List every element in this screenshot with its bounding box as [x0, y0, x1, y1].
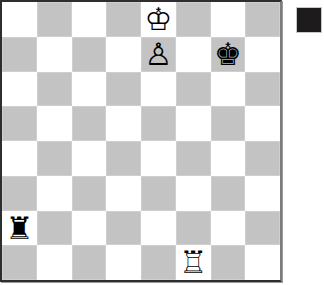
- square-a8[interactable]: [2, 2, 37, 37]
- black-rook-a2: ♜: [5, 211, 33, 246]
- square-c4[interactable]: [72, 141, 107, 176]
- square-e7[interactable]: ♙: [141, 37, 176, 72]
- square-e2[interactable]: [141, 211, 176, 246]
- square-g8[interactable]: [211, 2, 246, 37]
- square-a3[interactable]: [2, 176, 37, 211]
- square-d6[interactable]: [106, 72, 141, 107]
- square-h2[interactable]: [245, 211, 280, 246]
- square-g1[interactable]: [211, 245, 246, 280]
- square-h7[interactable]: [245, 37, 280, 72]
- square-e4[interactable]: [141, 141, 176, 176]
- square-a6[interactable]: [2, 72, 37, 107]
- square-f5[interactable]: [176, 106, 211, 141]
- square-d2[interactable]: [106, 211, 141, 246]
- square-b5[interactable]: [37, 106, 72, 141]
- white-rook-f1: ♖: [179, 245, 207, 280]
- square-c5[interactable]: [72, 106, 107, 141]
- square-f6[interactable]: [176, 72, 211, 107]
- square-h8[interactable]: [245, 2, 280, 37]
- square-g6[interactable]: [211, 72, 246, 107]
- square-f3[interactable]: [176, 176, 211, 211]
- chess-board: ♔♙♚♜♖: [0, 0, 282, 282]
- white-pawn-e7: ♙: [144, 37, 172, 72]
- side-to-move-indicator: [296, 7, 322, 33]
- square-h5[interactable]: [245, 106, 280, 141]
- square-b4[interactable]: [37, 141, 72, 176]
- square-b2[interactable]: [37, 211, 72, 246]
- square-c2[interactable]: [72, 211, 107, 246]
- square-a5[interactable]: [2, 106, 37, 141]
- square-b1[interactable]: [37, 245, 72, 280]
- square-h6[interactable]: [245, 72, 280, 107]
- square-d5[interactable]: [106, 106, 141, 141]
- square-c3[interactable]: [72, 176, 107, 211]
- square-e3[interactable]: [141, 176, 176, 211]
- square-b8[interactable]: [37, 2, 72, 37]
- black-king-g7: ♚: [214, 37, 242, 72]
- square-c7[interactable]: [72, 37, 107, 72]
- square-c1[interactable]: [72, 245, 107, 280]
- square-c8[interactable]: [72, 2, 107, 37]
- square-a2[interactable]: ♜: [2, 211, 37, 246]
- square-f7[interactable]: [176, 37, 211, 72]
- square-g2[interactable]: [211, 211, 246, 246]
- square-g7[interactable]: ♚: [211, 37, 246, 72]
- square-a1[interactable]: [2, 245, 37, 280]
- square-d8[interactable]: [106, 2, 141, 37]
- white-king-e8: ♔: [144, 2, 172, 37]
- square-h3[interactable]: [245, 176, 280, 211]
- square-d3[interactable]: [106, 176, 141, 211]
- square-f4[interactable]: [176, 141, 211, 176]
- square-b3[interactable]: [37, 176, 72, 211]
- square-b7[interactable]: [37, 37, 72, 72]
- square-e5[interactable]: [141, 106, 176, 141]
- square-g3[interactable]: [211, 176, 246, 211]
- square-f2[interactable]: [176, 211, 211, 246]
- square-g4[interactable]: [211, 141, 246, 176]
- square-b6[interactable]: [37, 72, 72, 107]
- square-d7[interactable]: [106, 37, 141, 72]
- square-c6[interactable]: [72, 72, 107, 107]
- square-h4[interactable]: [245, 141, 280, 176]
- square-f1[interactable]: ♖: [176, 245, 211, 280]
- square-a7[interactable]: [2, 37, 37, 72]
- chess-diagram: ♔♙♚♜♖: [0, 0, 324, 285]
- square-e8[interactable]: ♔: [141, 2, 176, 37]
- square-e1[interactable]: [141, 245, 176, 280]
- square-e6[interactable]: [141, 72, 176, 107]
- square-g5[interactable]: [211, 106, 246, 141]
- square-d1[interactable]: [106, 245, 141, 280]
- square-f8[interactable]: [176, 2, 211, 37]
- square-h1[interactable]: [245, 245, 280, 280]
- square-a4[interactable]: [2, 141, 37, 176]
- square-d4[interactable]: [106, 141, 141, 176]
